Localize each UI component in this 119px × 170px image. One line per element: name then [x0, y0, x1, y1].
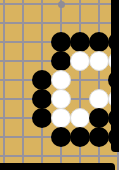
goban-intersections — [0, 0, 119, 166]
white-stone[interactable] — [70, 51, 90, 71]
board-point[interactable] — [0, 33, 14, 52]
board-point[interactable] — [0, 128, 14, 147]
black-stone[interactable] — [32, 108, 52, 128]
black-stone[interactable] — [32, 89, 52, 109]
black-stone[interactable] — [70, 32, 90, 52]
black-stone[interactable] — [51, 51, 71, 71]
black-stone[interactable] — [32, 70, 52, 90]
board-crop-edge-bottom — [0, 163, 115, 170]
board-point[interactable] — [14, 90, 33, 109]
white-stone[interactable] — [89, 89, 109, 109]
board-point[interactable] — [90, 128, 109, 147]
board-point[interactable] — [71, 33, 90, 52]
board-point[interactable] — [33, 52, 52, 71]
board-point[interactable] — [52, 71, 71, 90]
board-point[interactable] — [33, 14, 52, 33]
black-stone[interactable] — [51, 127, 71, 147]
board-point[interactable] — [0, 52, 14, 71]
board-point[interactable] — [52, 109, 71, 128]
board-point[interactable] — [0, 109, 14, 128]
board-point[interactable] — [14, 52, 33, 71]
board-point[interactable] — [33, 71, 52, 90]
board-point[interactable] — [90, 52, 109, 71]
black-stone[interactable] — [89, 127, 109, 147]
board-point[interactable] — [0, 14, 14, 33]
board-point[interactable] — [52, 52, 71, 71]
black-stone[interactable] — [89, 108, 109, 128]
board-point[interactable] — [71, 52, 90, 71]
board-point[interactable] — [52, 33, 71, 52]
board-point[interactable] — [14, 0, 33, 14]
board-point[interactable] — [14, 14, 33, 33]
board-point[interactable] — [90, 90, 109, 109]
board-point[interactable] — [33, 109, 52, 128]
board-point[interactable] — [90, 0, 109, 14]
white-stone[interactable] — [51, 89, 71, 109]
board-point[interactable] — [14, 128, 33, 147]
board-point[interactable] — [90, 33, 109, 52]
board-point[interactable] — [71, 71, 90, 90]
white-stone[interactable] — [51, 70, 71, 90]
star-point — [58, 1, 65, 8]
board-point[interactable] — [71, 128, 90, 147]
board-point[interactable] — [90, 71, 109, 90]
board-crop-edge-right — [111, 0, 119, 152]
board-point[interactable] — [0, 0, 14, 14]
board-point[interactable] — [33, 90, 52, 109]
black-stone[interactable] — [70, 127, 90, 147]
board-point[interactable] — [90, 109, 109, 128]
board-point[interactable] — [33, 0, 52, 14]
board-point[interactable] — [14, 71, 33, 90]
go-board — [0, 0, 119, 170]
white-stone[interactable] — [70, 108, 90, 128]
board-point[interactable] — [71, 14, 90, 33]
white-stone[interactable] — [89, 51, 109, 71]
board-point[interactable] — [52, 128, 71, 147]
board-point[interactable] — [52, 90, 71, 109]
board-point[interactable] — [0, 71, 14, 90]
board-point[interactable] — [0, 90, 14, 109]
black-stone[interactable] — [51, 32, 71, 52]
board-point[interactable] — [33, 33, 52, 52]
board-point[interactable] — [90, 14, 109, 33]
black-stone[interactable] — [89, 32, 109, 52]
board-point[interactable] — [14, 109, 33, 128]
board-point[interactable] — [71, 109, 90, 128]
board-point[interactable] — [52, 14, 71, 33]
board-point[interactable] — [71, 90, 90, 109]
board-point[interactable] — [33, 128, 52, 147]
white-stone[interactable] — [51, 108, 71, 128]
board-point[interactable] — [71, 0, 90, 14]
board-point[interactable] — [14, 33, 33, 52]
